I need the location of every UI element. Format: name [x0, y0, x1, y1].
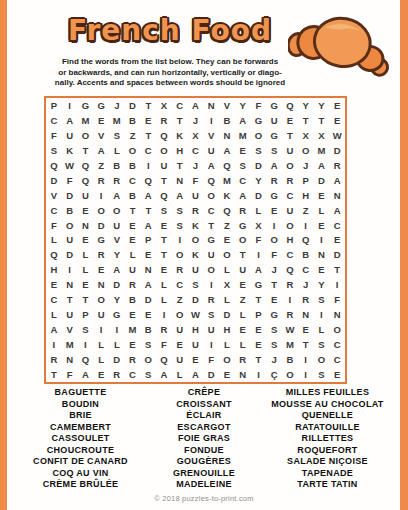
grid-cell[interactable]: F [62, 173, 78, 188]
grid-cell[interactable]: X [188, 128, 204, 143]
grid-cell[interactable]: Q [77, 173, 93, 188]
grid-cell[interactable]: A [314, 158, 330, 173]
grid-cell[interactable]: U [282, 143, 298, 158]
grid-cell[interactable]: U [93, 307, 109, 322]
grid-cell[interactable]: E [77, 277, 93, 292]
grid-cell[interactable]: I [109, 322, 125, 337]
grid-cell[interactable]: C [329, 218, 345, 233]
grid-cell[interactable]: E [235, 143, 251, 158]
grid-cell[interactable]: I [140, 158, 156, 173]
grid-cell[interactable]: A [188, 98, 204, 113]
grid-cell[interactable]: M [125, 322, 141, 337]
grid-cell[interactable]: C [329, 352, 345, 367]
grid-cell[interactable]: L [251, 203, 267, 218]
grid-cell[interactable]: A [203, 158, 219, 173]
grid-cell[interactable]: R [203, 292, 219, 307]
grid-cell[interactable]: R [46, 352, 62, 367]
grid-cell[interactable]: O [62, 218, 78, 233]
grid-cell[interactable]: Y [251, 173, 267, 188]
grid-cell[interactable]: T [77, 292, 93, 307]
grid-cell[interactable]: N [62, 277, 78, 292]
grid-cell[interactable]: I [314, 233, 330, 248]
grid-cell[interactable]: G [266, 188, 282, 203]
grid-cell[interactable]: A [235, 188, 251, 203]
grid-cell[interactable]: Y [314, 98, 330, 113]
grid-cell[interactable]: I [298, 218, 314, 233]
grid-cell[interactable]: D [46, 173, 62, 188]
grid-cell[interactable]: C [140, 143, 156, 158]
grid-cell[interactable]: N [329, 307, 345, 322]
grid-cell[interactable]: O [219, 247, 235, 262]
grid-cell[interactable]: T [251, 352, 267, 367]
grid-cell[interactable]: M [109, 113, 125, 128]
grid-cell[interactable]: T [156, 247, 172, 262]
grid-cell[interactable]: S [156, 203, 172, 218]
grid-cell[interactable]: N [77, 218, 93, 233]
grid-cell[interactable]: S [314, 292, 330, 307]
grid-cell[interactable]: D [109, 352, 125, 367]
grid-cell[interactable]: I [156, 307, 172, 322]
grid-cell[interactable]: C [329, 337, 345, 352]
grid-cell[interactable]: F [329, 292, 345, 307]
grid-cell[interactable]: U [109, 218, 125, 233]
grid-cell[interactable]: S [314, 337, 330, 352]
grid-cell[interactable]: T [172, 158, 188, 173]
grid-cell[interactable]: D [140, 292, 156, 307]
grid-cell[interactable]: D [329, 247, 345, 262]
grid-cell[interactable]: D [188, 292, 204, 307]
grid-cell[interactable]: A [329, 173, 345, 188]
grid-cell[interactable]: G [266, 98, 282, 113]
grid-cell[interactable]: T [235, 247, 251, 262]
grid-cell[interactable]: W [188, 307, 204, 322]
grid-cell[interactable]: R [235, 352, 251, 367]
grid-cell[interactable]: R [298, 292, 314, 307]
grid-cell[interactable]: Z [172, 292, 188, 307]
grid-cell[interactable]: O [93, 292, 109, 307]
grid-cell[interactable]: H [298, 188, 314, 203]
grid-cell[interactable]: B [140, 322, 156, 337]
grid-cell[interactable]: I [46, 337, 62, 352]
grid-cell[interactable]: G [251, 113, 267, 128]
grid-cell[interactable]: P [140, 233, 156, 248]
grid-cell[interactable]: E [156, 218, 172, 233]
grid-cell[interactable]: R [282, 173, 298, 188]
grid-cell[interactable]: C [46, 203, 62, 218]
grid-cell[interactable]: R [93, 247, 109, 262]
grid-cell[interactable]: R [156, 322, 172, 337]
grid-cell[interactable]: E [219, 233, 235, 248]
grid-cell[interactable]: U [62, 307, 78, 322]
grid-cell[interactable]: I [172, 233, 188, 248]
grid-cell[interactable]: R [282, 277, 298, 292]
grid-cell[interactable]: C [172, 98, 188, 113]
grid-cell[interactable]: C [203, 203, 219, 218]
grid-cell[interactable]: S [140, 367, 156, 382]
grid-cell[interactable]: L [93, 352, 109, 367]
grid-cell[interactable]: O [235, 233, 251, 248]
grid-cell[interactable]: E [46, 277, 62, 292]
grid-cell[interactable]: I [282, 292, 298, 307]
grid-cell[interactable]: Q [282, 262, 298, 277]
grid-cell[interactable]: C [46, 292, 62, 307]
grid-cell[interactable]: N [219, 128, 235, 143]
grid-cell[interactable]: V [109, 233, 125, 248]
grid-cell[interactable]: L [109, 337, 125, 352]
grid-cell[interactable]: Z [125, 128, 141, 143]
grid-cell[interactable]: O [329, 322, 345, 337]
grid-cell[interactable]: S [266, 337, 282, 352]
grid-cell[interactable]: F [188, 173, 204, 188]
grid-cell[interactable]: U [266, 113, 282, 128]
grid-cell[interactable]: N [235, 367, 251, 382]
grid-cell[interactable]: Q [156, 188, 172, 203]
grid-cell[interactable]: R [125, 352, 141, 367]
grid-cell[interactable]: Y [109, 247, 125, 262]
grid-cell[interactable]: C [235, 173, 251, 188]
grid-cell[interactable]: Q [203, 173, 219, 188]
grid-cell[interactable]: E [282, 113, 298, 128]
grid-cell[interactable]: R [109, 173, 125, 188]
grid-cell[interactable]: P [46, 98, 62, 113]
grid-cell[interactable]: M [62, 337, 78, 352]
grid-cell[interactable]: S [172, 203, 188, 218]
grid-cell[interactable]: B [125, 188, 141, 203]
grid-cell[interactable]: G [93, 98, 109, 113]
grid-cell[interactable]: O [282, 158, 298, 173]
grid-cell[interactable]: A [172, 188, 188, 203]
grid-cell[interactable]: P [77, 307, 93, 322]
grid-cell[interactable]: E [77, 233, 93, 248]
grid-cell[interactable]: T [298, 337, 314, 352]
grid-cell[interactable]: O [203, 188, 219, 203]
grid-cell[interactable]: Q [77, 352, 93, 367]
grid-cell[interactable]: G [203, 233, 219, 248]
grid-cell[interactable]: M [219, 173, 235, 188]
grid-cell[interactable]: V [203, 128, 219, 143]
grid-cell[interactable]: D [251, 188, 267, 203]
grid-cell[interactable]: E [93, 113, 109, 128]
grid-cell[interactable]: G [93, 233, 109, 248]
grid-cell[interactable]: U [188, 262, 204, 277]
grid-cell[interactable]: I [298, 352, 314, 367]
grid-cell[interactable]: Y [298, 98, 314, 113]
grid-cell[interactable]: E [251, 322, 267, 337]
grid-cell[interactable]: O [251, 128, 267, 143]
grid-cell[interactable]: S [266, 143, 282, 158]
grid-cell[interactable]: A [251, 262, 267, 277]
grid-cell[interactable]: A [109, 262, 125, 277]
grid-cell[interactable]: S [109, 128, 125, 143]
grid-cell[interactable]: J [298, 158, 314, 173]
grid-cell[interactable]: E [188, 352, 204, 367]
grid-cell[interactable]: G [266, 128, 282, 143]
grid-cell[interactable]: U [188, 337, 204, 352]
grid-cell[interactable]: W [329, 128, 345, 143]
grid-cell[interactable]: T [156, 233, 172, 248]
grid-cell[interactable]: Q [282, 98, 298, 113]
grid-cell[interactable]: B [125, 113, 141, 128]
grid-cell[interactable]: K [188, 218, 204, 233]
grid-cell[interactable]: Q [46, 158, 62, 173]
grid-cell[interactable]: O [109, 203, 125, 218]
grid-cell[interactable]: E [140, 247, 156, 262]
grid-cell[interactable]: R [188, 203, 204, 218]
grid-cell[interactable]: Y [109, 292, 125, 307]
grid-cell[interactable]: L [46, 233, 62, 248]
grid-cell[interactable]: D [62, 188, 78, 203]
grid-cell[interactable]: M [282, 337, 298, 352]
grid-cell[interactable]: D [125, 98, 141, 113]
grid-cell[interactable]: L [77, 247, 93, 262]
grid-cell[interactable]: R [235, 203, 251, 218]
grid-cell[interactable]: X [219, 277, 235, 292]
grid-cell[interactable]: V [62, 322, 78, 337]
grid-cell[interactable]: O [125, 143, 141, 158]
grid-cell[interactable]: R [329, 158, 345, 173]
grid-cell[interactable]: F [46, 218, 62, 233]
grid-cell[interactable]: E [77, 203, 93, 218]
grid-cell[interactable]: O [203, 262, 219, 277]
grid-cell[interactable]: A [46, 322, 62, 337]
grid-cell[interactable]: Q [298, 233, 314, 248]
grid-cell[interactable]: B [125, 292, 141, 307]
grid-cell[interactable]: I [251, 247, 267, 262]
grid-cell[interactable]: N [93, 277, 109, 292]
grid-cell[interactable]: T [140, 98, 156, 113]
grid-cell[interactable]: C [172, 277, 188, 292]
grid-cell[interactable]: M [314, 143, 330, 158]
grid-cell[interactable]: L [314, 322, 330, 337]
grid-cell[interactable]: N [203, 98, 219, 113]
grid-cell[interactable]: R [109, 367, 125, 382]
grid-cell[interactable]: T [140, 128, 156, 143]
grid-cell[interactable]: A [329, 203, 345, 218]
grid-cell[interactable]: S [172, 218, 188, 233]
grid-cell[interactable]: T [172, 113, 188, 128]
grid-cell[interactable]: I [251, 367, 267, 382]
grid-cell[interactable]: E [125, 218, 141, 233]
grid-cell[interactable]: E [329, 98, 345, 113]
grid-cell[interactable]: R [172, 262, 188, 277]
grid-cell[interactable]: U [203, 143, 219, 158]
grid-cell[interactable]: A [235, 113, 251, 128]
grid-cell[interactable]: O [77, 128, 93, 143]
grid-cell[interactable]: S [188, 277, 204, 292]
grid-cell[interactable]: S [140, 337, 156, 352]
grid-cell[interactable]: V [46, 188, 62, 203]
grid-cell[interactable]: O [282, 367, 298, 382]
grid-cell[interactable]: Y [314, 277, 330, 292]
grid-cell[interactable]: Q [219, 203, 235, 218]
grid-cell[interactable]: B [109, 158, 125, 173]
grid-cell[interactable]: T [314, 113, 330, 128]
grid-cell[interactable]: K [188, 247, 204, 262]
grid-cell[interactable]: Z [235, 292, 251, 307]
grid-cell[interactable]: J [188, 113, 204, 128]
grid-cell[interactable]: T [298, 113, 314, 128]
grid-cell[interactable]: X [156, 98, 172, 113]
grid-cell[interactable]: C [298, 262, 314, 277]
grid-cell[interactable]: T [282, 128, 298, 143]
grid-cell[interactable]: L [235, 337, 251, 352]
grid-cell[interactable]: U [62, 128, 78, 143]
grid-cell[interactable]: J [298, 277, 314, 292]
grid-cell[interactable]: S [46, 143, 62, 158]
grid-cell[interactable]: T [77, 143, 93, 158]
grid-cell[interactable]: Y [235, 98, 251, 113]
grid-cell[interactable]: D [62, 247, 78, 262]
grid-cell[interactable]: L [219, 262, 235, 277]
grid-cell[interactable]: X [251, 218, 267, 233]
grid-cell[interactable]: O [282, 218, 298, 233]
grid-cell[interactable]: Z [298, 203, 314, 218]
grid-cell[interactable]: E [235, 322, 251, 337]
grid-cell[interactable]: E [314, 262, 330, 277]
grid-cell[interactable]: U [203, 247, 219, 262]
grid-cell[interactable]: L [219, 292, 235, 307]
grid-cell[interactable]: E [329, 113, 345, 128]
grid-cell[interactable]: W [62, 158, 78, 173]
grid-cell[interactable]: T [140, 203, 156, 218]
grid-cell[interactable]: O [172, 247, 188, 262]
grid-cell[interactable]: I [62, 98, 78, 113]
grid-cell[interactable]: I [298, 367, 314, 382]
grid-cell[interactable]: H [188, 322, 204, 337]
grid-cell[interactable]: P [298, 173, 314, 188]
grid-cell[interactable]: E [266, 292, 282, 307]
grid-cell[interactable]: O [188, 233, 204, 248]
grid-cell[interactable]: I [93, 322, 109, 337]
grid-cell[interactable]: K [62, 143, 78, 158]
grid-cell[interactable]: P [251, 307, 267, 322]
grid-cell[interactable]: S [77, 322, 93, 337]
grid-cell[interactable]: N [298, 307, 314, 322]
grid-cell[interactable]: T [203, 218, 219, 233]
grid-cell[interactable]: Q [156, 352, 172, 367]
grid-cell[interactable]: X [314, 128, 330, 143]
grid-cell[interactable]: S [235, 158, 251, 173]
grid-cell[interactable]: I [62, 262, 78, 277]
grid-cell[interactable]: V [219, 98, 235, 113]
grid-cell[interactable]: A [140, 188, 156, 203]
grid-cell[interactable]: F [156, 337, 172, 352]
grid-cell[interactable]: T [251, 292, 267, 307]
grid-cell[interactable]: O [156, 143, 172, 158]
grid-cell[interactable]: O [219, 352, 235, 367]
grid-cell[interactable]: C [188, 143, 204, 158]
grid-cell[interactable]: N [329, 188, 345, 203]
grid-cell[interactable]: S [266, 322, 282, 337]
grid-cell[interactable]: I [203, 337, 219, 352]
grid-cell[interactable]: J [109, 98, 125, 113]
grid-cell[interactable]: Q [140, 173, 156, 188]
grid-cell[interactable]: D [109, 277, 125, 292]
grid-cell[interactable]: F [46, 128, 62, 143]
grid-cell[interactable]: D [219, 307, 235, 322]
grid-cell[interactable]: R [266, 173, 282, 188]
grid-cell[interactable]: G [266, 307, 282, 322]
grid-cell[interactable]: L [172, 367, 188, 382]
grid-cell[interactable]: L [125, 247, 141, 262]
grid-cell[interactable]: E [251, 337, 267, 352]
grid-cell[interactable]: U [156, 158, 172, 173]
grid-cell[interactable]: G [251, 277, 267, 292]
grid-cell[interactable]: F [266, 247, 282, 262]
grid-cell[interactable]: S [314, 367, 330, 382]
grid-cell[interactable]: A [140, 277, 156, 292]
grid-cell[interactable]: I [266, 218, 282, 233]
grid-cell[interactable]: T [156, 173, 172, 188]
grid-cell[interactable]: E [140, 113, 156, 128]
grid-cell[interactable]: U [203, 322, 219, 337]
grid-cell[interactable]: W [282, 322, 298, 337]
grid-cell[interactable]: U [172, 322, 188, 337]
grid-cell[interactable]: I [203, 277, 219, 292]
grid-cell[interactable]: U [125, 262, 141, 277]
grid-cell[interactable]: E [125, 233, 141, 248]
grid-cell[interactable]: B [298, 247, 314, 262]
grid-cell[interactable]: T [62, 292, 78, 307]
grid-cell[interactable]: F [251, 233, 267, 248]
grid-cell[interactable]: T [125, 203, 141, 218]
grid-cell[interactable]: R [125, 277, 141, 292]
grid-cell[interactable]: J [188, 158, 204, 173]
grid-cell[interactable]: E [298, 322, 314, 337]
grid-cell[interactable]: I [77, 337, 93, 352]
grid-cell[interactable]: S [203, 307, 219, 322]
grid-cell[interactable]: L [93, 337, 109, 352]
grid-cell[interactable]: L [219, 337, 235, 352]
grid-cell[interactable]: M [77, 113, 93, 128]
grid-cell[interactable]: A [188, 367, 204, 382]
grid-cell[interactable]: D [93, 218, 109, 233]
grid-cell[interactable]: A [77, 367, 93, 382]
grid-cell[interactable]: E [314, 188, 330, 203]
grid-cell[interactable]: H [282, 233, 298, 248]
grid-cell[interactable]: Q [156, 128, 172, 143]
grid-cell[interactable]: A [156, 367, 172, 382]
grid-cell[interactable]: L [156, 292, 172, 307]
grid-cell[interactable]: O [140, 352, 156, 367]
grid-cell[interactable]: U [62, 233, 78, 248]
grid-cell[interactable]: B [125, 158, 141, 173]
grid-cell[interactable]: U [235, 262, 251, 277]
grid-cell[interactable]: A [93, 143, 109, 158]
grid-cell[interactable]: U [172, 352, 188, 367]
grid-cell[interactable]: O [266, 233, 282, 248]
grid-cell[interactable]: O [172, 307, 188, 322]
grid-cell[interactable]: H [46, 262, 62, 277]
grid-cell[interactable]: N [140, 262, 156, 277]
grid-cell[interactable]: I [314, 307, 330, 322]
grid-cell[interactable]: B [62, 203, 78, 218]
grid-cell[interactable]: E [140, 307, 156, 322]
grid-cell[interactable]: L [235, 307, 251, 322]
grid-cell[interactable]: V [93, 128, 109, 143]
grid-cell[interactable]: E [125, 307, 141, 322]
grid-cell[interactable]: C [46, 113, 62, 128]
grid-cell[interactable]: O [298, 143, 314, 158]
grid-cell[interactable]: A [109, 188, 125, 203]
grid-cell[interactable]: Q [219, 158, 235, 173]
grid-cell[interactable]: T [266, 277, 282, 292]
grid-cell[interactable]: A [266, 158, 282, 173]
grid-cell[interactable]: O [314, 352, 330, 367]
grid-cell[interactable]: A [140, 218, 156, 233]
grid-cell[interactable]: E [266, 203, 282, 218]
grid-cell[interactable]: A [62, 113, 78, 128]
